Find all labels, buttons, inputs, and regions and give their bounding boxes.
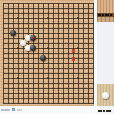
white-stone-avatar-icon [102,92,109,99]
white-player-box [97,84,114,106]
toolbar-icon-mark [110,14,112,16]
black-stone [10,30,16,36]
go-board[interactable] [0,0,95,106]
bottom-status-bar [0,106,94,114]
star-point [47,17,49,19]
panel-subheader [97,17,114,22]
side-panel [97,0,114,114]
black-stone [30,35,36,41]
status-text-mark [98,110,102,112]
status-text-mark [106,110,111,112]
status-text-mark [103,110,105,112]
star-point [17,17,19,19]
star-point [17,77,19,79]
watermark-text-mark [1,109,10,111]
go-client-window [0,0,114,114]
star-point [77,47,79,49]
panel-status-text [97,107,114,114]
toolbar-icon-mark [105,14,109,16]
watermark-icon [12,108,15,111]
star-point [77,17,79,19]
star-point [17,47,19,49]
panel-wood-header [97,0,114,13]
watermark-text-mark2 [17,109,22,111]
black-stone [40,55,46,61]
last-move-marker [32,37,34,39]
red-annotation-mark [72,49,75,53]
toolbar-icon-mark [98,14,101,16]
toolbar-icon-mark [102,14,104,16]
red-annotation-mark [72,57,75,61]
star-point [47,47,49,49]
star-point [47,77,49,79]
star-point [77,77,79,79]
black-stone [30,45,36,51]
